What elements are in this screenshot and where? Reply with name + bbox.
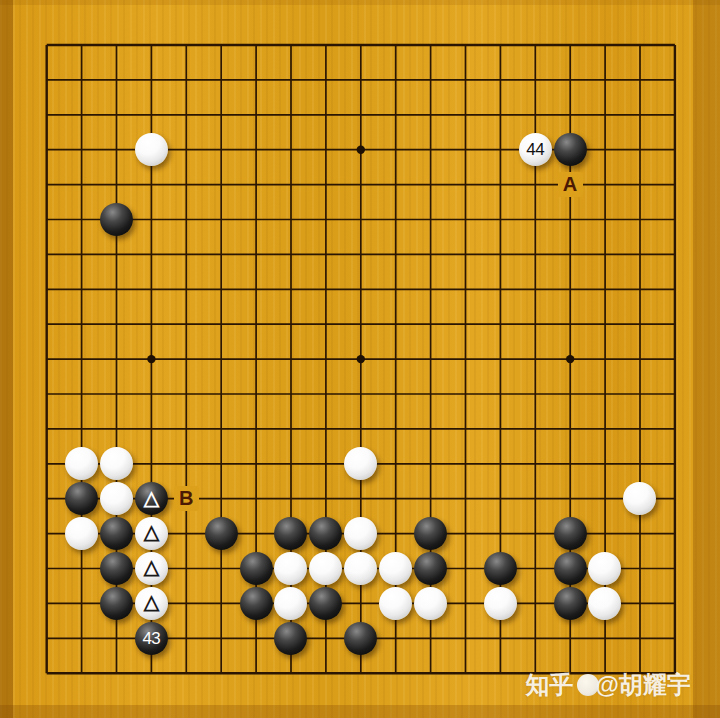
board-point-S6: [622, 481, 657, 516]
triangle-mark: △: [144, 522, 159, 542]
board-point-K5: [343, 516, 378, 551]
stone-white-P16: 44: [519, 133, 552, 166]
stone-black-H5: [274, 517, 307, 550]
stone-white-O3: [484, 587, 517, 620]
board-point-H5: [273, 516, 308, 551]
stone-white-B7: [65, 447, 98, 480]
stone-white-M3: [414, 587, 447, 620]
board-point-D6: △: [134, 481, 169, 516]
stone-black-B6: [65, 482, 98, 515]
stone-white-D16: [135, 133, 168, 166]
stone-white-K7: [344, 447, 377, 480]
stone-black-D2: 43: [135, 622, 168, 655]
board-point-C3: [99, 586, 134, 621]
board-point-C4: [99, 551, 134, 586]
stone-black-M5: [414, 517, 447, 550]
triangle-mark: △: [144, 592, 159, 612]
point-label-B: B: [174, 486, 199, 511]
board-point-Q5: [553, 516, 588, 551]
point-label-cell-Q15: A: [553, 167, 588, 202]
stone-white-K5: [344, 517, 377, 550]
stone-black-H2: [274, 622, 307, 655]
board-point-L3: [378, 586, 413, 621]
board-point-R3: [588, 586, 623, 621]
stone-black-C5: [100, 517, 133, 550]
stone-black-D6: △: [135, 482, 168, 515]
stone-white-D5: △: [135, 517, 168, 550]
board-point-D16: [134, 132, 169, 167]
board-point-K2: [343, 621, 378, 656]
stone-black-Q3: [554, 587, 587, 620]
point-label-A: A: [558, 172, 583, 197]
board-point-D2: 43: [134, 621, 169, 656]
move-number: 43: [142, 629, 160, 646]
board-point-P16: 44: [518, 132, 553, 167]
watermark-avatar-icon: [577, 674, 599, 696]
board-point-M3: [413, 586, 448, 621]
board-point-Q16: [553, 132, 588, 167]
stone-black-C4: [100, 552, 133, 585]
stone-black-J5: [309, 517, 342, 550]
stone-white-J4: [309, 552, 342, 585]
stone-black-M4: [414, 552, 447, 585]
board-point-G4: [239, 551, 274, 586]
move-number: 44: [526, 141, 544, 158]
stone-black-G3: [240, 587, 273, 620]
stone-black-F5: [205, 517, 238, 550]
board-point-H4: [273, 551, 308, 586]
point-label-cell-E6: B: [169, 481, 204, 516]
board-point-D3: △: [134, 586, 169, 621]
board-point-G3: [239, 586, 274, 621]
stone-white-H4: [274, 552, 307, 585]
stone-white-D3: △: [135, 587, 168, 620]
board-point-K7: [343, 446, 378, 481]
board-point-B7: [64, 446, 99, 481]
watermark-brand: 知乎: [526, 669, 574, 701]
stone-white-L4: [379, 552, 412, 585]
board-point-C7: [99, 446, 134, 481]
stone-black-Q4: [554, 552, 587, 585]
board-point-D5: △: [134, 516, 169, 551]
stone-black-K2: [344, 622, 377, 655]
triangle-mark: △: [144, 488, 159, 508]
stone-black-C14: [100, 203, 133, 236]
stone-white-L3: [379, 587, 412, 620]
board-point-J3: [308, 586, 343, 621]
board-point-B6: [64, 481, 99, 516]
stone-black-C3: [100, 587, 133, 620]
board-point-R4: [588, 551, 623, 586]
board-point-C14: [99, 202, 134, 237]
board-point-O3: [483, 586, 518, 621]
board-point-B5: [64, 516, 99, 551]
board-point-H2: [273, 621, 308, 656]
triangle-mark: △: [144, 557, 159, 577]
board-point-L4: [378, 551, 413, 586]
board-point-C6: [99, 481, 134, 516]
watermark: 知乎 @胡耀宇: [526, 669, 691, 701]
board-point-K4: [343, 551, 378, 586]
board-point-C5: [99, 516, 134, 551]
stone-white-C7: [100, 447, 133, 480]
board-point-H3: [273, 586, 308, 621]
board-point-O4: [483, 551, 518, 586]
stone-white-D4: △: [135, 552, 168, 585]
stone-white-K4: [344, 552, 377, 585]
board-point-M5: [413, 516, 448, 551]
stone-black-Q16: [554, 133, 587, 166]
stone-white-H3: [274, 587, 307, 620]
stone-black-O4: [484, 552, 517, 585]
stone-layer: 44△△△△43AB: [29, 28, 692, 691]
stone-white-R4: [588, 552, 621, 585]
stone-black-J3: [309, 587, 342, 620]
stone-white-C6: [100, 482, 133, 515]
watermark-author: @胡耀宇: [596, 669, 691, 701]
board-point-Q3: [553, 586, 588, 621]
stone-white-R3: [588, 587, 621, 620]
go-diagram: 44△△△△43AB 知乎 @胡耀宇: [0, 0, 720, 718]
board-point-F5: [204, 516, 239, 551]
board-point-J5: [308, 516, 343, 551]
stone-white-B5: [65, 517, 98, 550]
stone-black-Q5: [554, 517, 587, 550]
stone-black-G4: [240, 552, 273, 585]
board-point-D4: △: [134, 551, 169, 586]
stone-white-S6: [623, 482, 656, 515]
board-point-Q4: [553, 551, 588, 586]
board-point-M4: [413, 551, 448, 586]
board-point-J4: [308, 551, 343, 586]
